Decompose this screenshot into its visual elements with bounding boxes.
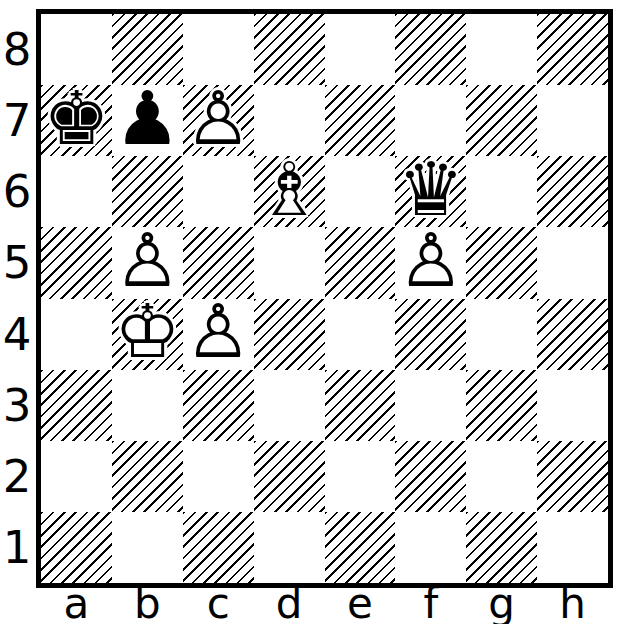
square-e2[interactable] <box>325 441 396 512</box>
rank-label-4: 4 <box>0 299 34 370</box>
square-a7[interactable]: ♚♚ <box>41 85 112 156</box>
rank-label-8: 8 <box>0 14 34 85</box>
white-pawn-fill-glyph: ♟ <box>398 223 464 297</box>
rank-label-5: 5 <box>0 227 34 298</box>
piece-white-pawn[interactable]: ♟♙ <box>183 85 254 156</box>
file-labels: abcdefgh <box>41 585 608 624</box>
square-b6[interactable] <box>112 156 183 227</box>
piece-white-pawn[interactable]: ♟♙ <box>112 227 183 298</box>
white-pawn-glyph: ♙ <box>398 223 464 297</box>
file-label-a: a <box>41 585 112 624</box>
square-b5[interactable]: ♟♙ <box>112 227 183 298</box>
square-f7[interactable] <box>395 85 466 156</box>
square-h3[interactable] <box>537 370 608 441</box>
white-king-glyph: ♔ <box>114 294 180 368</box>
square-g5[interactable] <box>466 227 537 298</box>
file-label-h: h <box>537 585 608 624</box>
file-label-d: d <box>254 585 325 624</box>
square-a6[interactable] <box>41 156 112 227</box>
square-e3[interactable] <box>325 370 396 441</box>
piece-white-pawn[interactable]: ♟♙ <box>183 299 254 370</box>
white-bishop-fill-glyph: ♝ <box>256 152 322 226</box>
square-h6[interactable] <box>537 156 608 227</box>
white-pawn-glyph: ♙ <box>185 81 251 155</box>
file-label-b: b <box>112 585 183 624</box>
rank-labels: 87654321 <box>0 14 34 583</box>
black-pawn-fill-glyph: ♟ <box>114 81 180 155</box>
white-pawn-glyph: ♙ <box>185 294 251 368</box>
square-f5[interactable]: ♟♙ <box>395 227 466 298</box>
rank-label-3: 3 <box>0 370 34 441</box>
rank-label-6: 6 <box>0 156 34 227</box>
square-c5[interactable] <box>183 227 254 298</box>
square-f1[interactable] <box>395 512 466 583</box>
square-a5[interactable] <box>41 227 112 298</box>
square-h4[interactable] <box>537 299 608 370</box>
square-c1[interactable] <box>183 512 254 583</box>
piece-black-queen[interactable]: ♛♛ <box>395 156 466 227</box>
square-d5[interactable] <box>254 227 325 298</box>
square-a1[interactable] <box>41 512 112 583</box>
square-b7[interactable]: ♟♟ <box>112 85 183 156</box>
square-c6[interactable] <box>183 156 254 227</box>
square-a3[interactable] <box>41 370 112 441</box>
square-b3[interactable] <box>112 370 183 441</box>
square-e4[interactable] <box>325 299 396 370</box>
square-e6[interactable] <box>325 156 396 227</box>
square-b1[interactable] <box>112 512 183 583</box>
square-c8[interactable] <box>183 14 254 85</box>
square-h5[interactable] <box>537 227 608 298</box>
rank-label-1: 1 <box>0 512 34 583</box>
black-king-fill-glyph: ♚ <box>43 81 109 155</box>
square-g8[interactable] <box>466 14 537 85</box>
square-f2[interactable] <box>395 441 466 512</box>
white-bishop-glyph: ♗ <box>256 152 322 226</box>
square-f6[interactable]: ♛♛ <box>395 156 466 227</box>
rank-label-7: 7 <box>0 85 34 156</box>
piece-white-king[interactable]: ♚♔ <box>112 299 183 370</box>
square-g7[interactable] <box>466 85 537 156</box>
square-f3[interactable] <box>395 370 466 441</box>
file-label-e: e <box>325 585 396 624</box>
square-e1[interactable] <box>325 512 396 583</box>
black-pawn-glyph: ♟ <box>114 81 180 155</box>
piece-black-king[interactable]: ♚♚ <box>41 85 112 156</box>
square-f4[interactable] <box>395 299 466 370</box>
square-c3[interactable] <box>183 370 254 441</box>
square-d1[interactable] <box>254 512 325 583</box>
piece-white-bishop[interactable]: ♝♗ <box>254 156 325 227</box>
square-e7[interactable] <box>325 85 396 156</box>
rank-label-2: 2 <box>0 441 34 512</box>
square-d2[interactable] <box>254 441 325 512</box>
white-pawn-fill-glyph: ♟ <box>185 81 251 155</box>
square-d7[interactable] <box>254 85 325 156</box>
square-d4[interactable] <box>254 299 325 370</box>
square-g4[interactable] <box>466 299 537 370</box>
square-c4[interactable]: ♟♙ <box>183 299 254 370</box>
square-a8[interactable] <box>41 14 112 85</box>
square-h8[interactable] <box>537 14 608 85</box>
square-d6[interactable]: ♝♗ <box>254 156 325 227</box>
white-pawn-fill-glyph: ♟ <box>185 294 251 368</box>
square-h7[interactable] <box>537 85 608 156</box>
square-e5[interactable] <box>325 227 396 298</box>
square-g3[interactable] <box>466 370 537 441</box>
white-pawn-glyph: ♙ <box>114 223 180 297</box>
square-g6[interactable] <box>466 156 537 227</box>
piece-black-pawn[interactable]: ♟♟ <box>112 85 183 156</box>
square-h1[interactable] <box>537 512 608 583</box>
square-f8[interactable] <box>395 14 466 85</box>
square-a4[interactable] <box>41 299 112 370</box>
black-queen-fill-glyph: ♛ <box>398 152 464 226</box>
square-b8[interactable] <box>112 14 183 85</box>
file-label-g: g <box>466 585 537 624</box>
file-label-f: f <box>395 585 466 624</box>
black-queen-glyph: ♛ <box>398 152 464 226</box>
chess-diagram: 87654321 ♚♚♟♟♟♙♝♗♛♛♟♙♟♙♚♔♟♙ abcdefgh <box>0 0 624 624</box>
white-king-fill-glyph: ♚ <box>114 294 180 368</box>
square-d3[interactable] <box>254 370 325 441</box>
square-c2[interactable] <box>183 441 254 512</box>
square-h2[interactable] <box>537 441 608 512</box>
black-king-glyph: ♚ <box>43 81 109 155</box>
board[interactable]: ♚♚♟♟♟♙♝♗♛♛♟♙♟♙♚♔♟♙ <box>36 9 613 588</box>
file-label-c: c <box>183 585 254 624</box>
square-c7[interactable]: ♟♙ <box>183 85 254 156</box>
square-b4[interactable]: ♚♔ <box>112 299 183 370</box>
white-pawn-fill-glyph: ♟ <box>114 223 180 297</box>
square-d8[interactable] <box>254 14 325 85</box>
square-g2[interactable] <box>466 441 537 512</box>
square-e8[interactable] <box>325 14 396 85</box>
square-b2[interactable] <box>112 441 183 512</box>
piece-white-pawn[interactable]: ♟♙ <box>395 227 466 298</box>
square-g1[interactable] <box>466 512 537 583</box>
square-a2[interactable] <box>41 441 112 512</box>
